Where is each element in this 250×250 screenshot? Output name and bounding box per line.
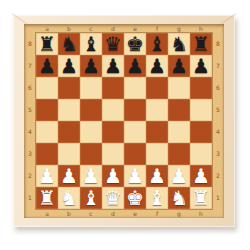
square-c8[interactable]: ♝ <box>80 33 102 55</box>
square-d1[interactable]: ♛ <box>102 187 124 209</box>
square-c2[interactable]: ♟ <box>80 165 102 187</box>
square-g7[interactable]: ♟ <box>168 55 190 77</box>
rank-label-4: 4 <box>24 121 36 143</box>
piece-black-rook-a8[interactable]: ♜ <box>38 34 56 55</box>
square-d7[interactable]: ♟ <box>102 55 124 77</box>
square-h8[interactable]: ♜ <box>190 33 212 55</box>
piece-white-knight-b1[interactable]: ♞ <box>60 188 78 209</box>
square-b4[interactable] <box>58 121 80 143</box>
piece-white-queen-d1[interactable]: ♛ <box>104 188 122 209</box>
piece-white-pawn-d2[interactable]: ♟ <box>104 166 122 187</box>
square-a6[interactable] <box>36 77 58 99</box>
file-label-b: b <box>58 209 80 218</box>
square-c5[interactable] <box>80 99 102 121</box>
piece-black-pawn-f7[interactable]: ♟ <box>148 56 166 77</box>
piece-black-knight-g8[interactable]: ♞ <box>170 34 188 55</box>
piece-black-pawn-a7[interactable]: ♟ <box>38 56 56 77</box>
rank-label-3: 3 <box>24 143 36 165</box>
square-c1[interactable]: ♝ <box>80 187 102 209</box>
piece-black-bishop-f8[interactable]: ♝ <box>148 34 166 55</box>
square-b1[interactable]: ♞ <box>58 187 80 209</box>
piece-white-pawn-a2[interactable]: ♟ <box>38 166 56 187</box>
rank-label-2: 2 <box>24 165 36 187</box>
square-e7[interactable]: ♟ <box>124 55 146 77</box>
square-e6[interactable] <box>124 77 146 99</box>
square-b7[interactable]: ♟ <box>58 55 80 77</box>
piece-black-knight-b8[interactable]: ♞ <box>60 34 78 55</box>
rank-label-3: 3 <box>212 143 224 165</box>
square-a5[interactable] <box>36 99 58 121</box>
piece-black-pawn-b7[interactable]: ♟ <box>60 56 78 77</box>
square-e3[interactable] <box>124 143 146 165</box>
rank-label-1: 1 <box>24 187 36 209</box>
rank-label-4: 4 <box>212 121 224 143</box>
square-d6[interactable] <box>102 77 124 99</box>
square-a1[interactable]: ♜ <box>36 187 58 209</box>
square-e4[interactable] <box>124 121 146 143</box>
piece-white-knight-g1[interactable]: ♞ <box>170 188 188 209</box>
piece-white-pawn-b2[interactable]: ♟ <box>60 166 78 187</box>
piece-black-queen-d8[interactable]: ♛ <box>104 34 122 55</box>
square-d3[interactable] <box>102 143 124 165</box>
square-a8[interactable]: ♜ <box>36 33 58 55</box>
square-e1[interactable]: ♚ <box>124 187 146 209</box>
piece-white-pawn-e2[interactable]: ♟ <box>126 166 144 187</box>
piece-white-rook-a1[interactable]: ♜ <box>38 188 56 209</box>
square-e5[interactable] <box>124 99 146 121</box>
square-d2[interactable]: ♟ <box>102 165 124 187</box>
square-f2[interactable]: ♟ <box>146 165 168 187</box>
board-frame: abcdefgh abcdefgh 87654321 87654321 ♜♞♝♛… <box>13 15 235 227</box>
square-b8[interactable]: ♞ <box>58 33 80 55</box>
square-f6[interactable] <box>146 77 168 99</box>
piece-black-pawn-d7[interactable]: ♟ <box>104 56 122 77</box>
square-c3[interactable] <box>80 143 102 165</box>
square-g5[interactable] <box>168 99 190 121</box>
piece-white-pawn-g2[interactable]: ♟ <box>170 166 188 187</box>
file-label-h: h <box>190 209 212 218</box>
square-d8[interactable]: ♛ <box>102 33 124 55</box>
square-c7[interactable]: ♟ <box>80 55 102 77</box>
square-e2[interactable]: ♟ <box>124 165 146 187</box>
square-f5[interactable] <box>146 99 168 121</box>
square-g4[interactable] <box>168 121 190 143</box>
square-b2[interactable]: ♟ <box>58 165 80 187</box>
file-label-c: c <box>80 209 102 218</box>
square-h5[interactable] <box>190 99 212 121</box>
rank-label-5: 5 <box>24 99 36 121</box>
rank-label-7: 7 <box>24 55 36 77</box>
piece-black-bishop-c8[interactable]: ♝ <box>82 34 100 55</box>
square-c4[interactable] <box>80 121 102 143</box>
piece-white-pawn-h2[interactable]: ♟ <box>192 166 210 187</box>
square-f8[interactable]: ♝ <box>146 33 168 55</box>
file-label-f: f <box>146 209 168 218</box>
square-f3[interactable] <box>146 143 168 165</box>
rank-label-8: 8 <box>24 33 36 55</box>
rank-label-7: 7 <box>212 55 224 77</box>
square-g1[interactable]: ♞ <box>168 187 190 209</box>
square-h4[interactable] <box>190 121 212 143</box>
file-labels-bottom: abcdefgh <box>36 209 212 218</box>
square-g6[interactable] <box>168 77 190 99</box>
piece-black-pawn-g7[interactable]: ♟ <box>170 56 188 77</box>
square-g2[interactable]: ♟ <box>168 165 190 187</box>
square-h7[interactable]: ♟ <box>190 55 212 77</box>
square-d5[interactable] <box>102 99 124 121</box>
square-h3[interactable] <box>190 143 212 165</box>
file-label-g: g <box>168 209 190 218</box>
square-h6[interactable] <box>190 77 212 99</box>
file-label-a: a <box>36 209 58 218</box>
rank-label-8: 8 <box>212 33 224 55</box>
piece-black-pawn-c7[interactable]: ♟ <box>82 56 100 77</box>
square-a3[interactable] <box>36 143 58 165</box>
piece-white-pawn-f2[interactable]: ♟ <box>148 166 166 187</box>
piece-white-rook-h1[interactable]: ♜ <box>192 188 210 209</box>
file-label-d: d <box>102 209 124 218</box>
board-panel: abcdefgh abcdefgh 87654321 87654321 ♜♞♝♛… <box>24 24 224 218</box>
piece-black-pawn-e7[interactable]: ♟ <box>126 56 144 77</box>
square-f7[interactable]: ♟ <box>146 55 168 77</box>
piece-white-bishop-f1[interactable]: ♝ <box>148 188 166 209</box>
piece-white-pawn-c2[interactable]: ♟ <box>82 166 100 187</box>
piece-white-bishop-c1[interactable]: ♝ <box>82 188 100 209</box>
file-label-e: e <box>124 209 146 218</box>
square-h2[interactable]: ♟ <box>190 165 212 187</box>
photo-background: abcdefgh abcdefgh 87654321 87654321 ♜♞♝♛… <box>0 0 250 250</box>
rank-label-2: 2 <box>212 165 224 187</box>
piece-white-king-e1[interactable]: ♚ <box>126 188 144 209</box>
square-e8[interactable]: ♚ <box>124 33 146 55</box>
square-c6[interactable] <box>80 77 102 99</box>
piece-black-king-e8[interactable]: ♚ <box>126 34 144 55</box>
square-a2[interactable]: ♟ <box>36 165 58 187</box>
square-g3[interactable] <box>168 143 190 165</box>
square-d4[interactable] <box>102 121 124 143</box>
square-f1[interactable]: ♝ <box>146 187 168 209</box>
rank-labels-left: 87654321 <box>24 33 36 209</box>
chess-board: ♜♞♝♛♚♝♞♜♟♟♟♟♟♟♟♟♟♟♟♟♟♟♟♟♜♞♝♛♚♝♞♜ <box>36 33 212 209</box>
square-b6[interactable] <box>58 77 80 99</box>
square-g8[interactable]: ♞ <box>168 33 190 55</box>
rank-label-6: 6 <box>212 77 224 99</box>
rank-label-6: 6 <box>24 77 36 99</box>
square-b5[interactable] <box>58 99 80 121</box>
square-b3[interactable] <box>58 143 80 165</box>
square-h1[interactable]: ♜ <box>190 187 212 209</box>
rank-labels-right: 87654321 <box>212 33 224 209</box>
rank-label-5: 5 <box>212 99 224 121</box>
square-a4[interactable] <box>36 121 58 143</box>
piece-black-pawn-h7[interactable]: ♟ <box>192 56 210 77</box>
rank-label-1: 1 <box>212 187 224 209</box>
square-f4[interactable] <box>146 121 168 143</box>
square-a7[interactable]: ♟ <box>36 55 58 77</box>
piece-black-rook-h8[interactable]: ♜ <box>192 34 210 55</box>
